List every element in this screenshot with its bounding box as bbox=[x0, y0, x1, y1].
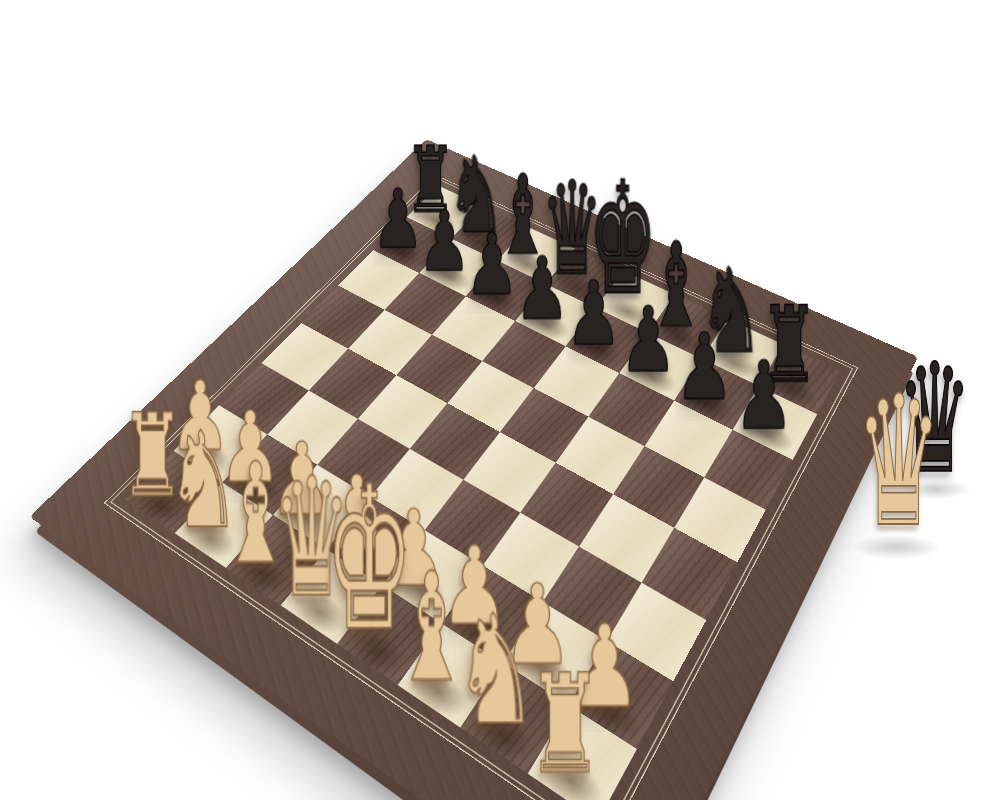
piece-black-knight: ♞ bbox=[447, 142, 506, 248]
piece-black-bishop: ♝ bbox=[647, 226, 706, 342]
piece-black-bishop: ♝ bbox=[495, 160, 551, 270]
square-e6 bbox=[534, 346, 619, 416]
square-a4 bbox=[261, 323, 347, 390]
piece-shadow bbox=[468, 281, 526, 320]
piece-shadow bbox=[500, 246, 556, 283]
square-b7: ♟ bbox=[419, 238, 498, 296]
square-c5 bbox=[396, 334, 482, 402]
square-a6 bbox=[339, 250, 419, 309]
square-d5 bbox=[447, 361, 534, 432]
piece-shadow bbox=[650, 316, 710, 358]
square-a8: ♜ bbox=[407, 186, 482, 239]
piece-black-pawn: ♟ bbox=[465, 222, 519, 306]
piece-shadow bbox=[421, 258, 478, 296]
square-d8: ♛ bbox=[546, 248, 624, 307]
square-e7: ♟ bbox=[566, 307, 648, 372]
board-grid: ♜♞♝♛♚♝♞♜♟♟♟♟♟♟♟♟♟♟♟♟♟♟♟♟♜♞♝♛♚♝♞♜ bbox=[125, 186, 840, 800]
piece-shadow bbox=[598, 292, 657, 332]
piece-black-queen: ♛ bbox=[541, 164, 603, 293]
piece-black-pawn: ♟ bbox=[566, 269, 622, 357]
square-f7: ♟ bbox=[619, 332, 702, 400]
square-d6 bbox=[482, 321, 566, 388]
square-d7: ♟ bbox=[515, 284, 596, 347]
spare-white-queen: ♛ bbox=[856, 372, 942, 552]
square-b5 bbox=[348, 309, 432, 375]
square-c7: ♟ bbox=[466, 260, 546, 320]
piece-shadow bbox=[548, 268, 606, 307]
chess-board: ♜♞♝♛♚♝♞♜♟♟♟♟♟♟♟♟♟♟♟♟♟♟♟♟♜♞♝♛♚♝♞♜ bbox=[29, 139, 917, 800]
chess-set-photo: ♜♞♝♛♚♝♞♜♟♟♟♟♟♟♟♟♟♟♟♟♟♟♟♟♜♞♝♛♚♝♞♜ ♛ ♛ bbox=[0, 0, 1000, 800]
square-b8: ♞ bbox=[451, 206, 527, 261]
square-b4 bbox=[309, 348, 397, 418]
piece-shadow bbox=[517, 305, 576, 346]
board-pinstripe-inlay: ♜♞♝♛♚♝♞♜♟♟♟♟♟♟♟♟♟♟♟♟♟♟♟♟♜♞♝♛♚♝♞♜ bbox=[110, 178, 853, 800]
square-b6 bbox=[384, 273, 465, 335]
square-e8: ♚ bbox=[596, 271, 675, 332]
piece-shadow bbox=[453, 224, 508, 260]
square-e5 bbox=[500, 388, 588, 463]
square-c6 bbox=[432, 296, 515, 360]
piece-black-pawn: ♟ bbox=[734, 348, 794, 442]
piece-black-rook: ♜ bbox=[405, 134, 456, 225]
piece-shadow bbox=[677, 382, 741, 429]
square-a5 bbox=[301, 285, 384, 348]
square-h5 bbox=[674, 477, 766, 563]
piece-black-pawn: ♟ bbox=[514, 245, 569, 331]
piece-shadow bbox=[376, 236, 432, 272]
piece-shadow bbox=[622, 356, 684, 401]
piece-black-pawn: ♟ bbox=[675, 320, 734, 412]
square-a7: ♟ bbox=[374, 217, 452, 273]
square-h7: ♟ bbox=[732, 386, 817, 460]
piece-white-rook: ♜ bbox=[526, 656, 602, 792]
square-c8: ♝ bbox=[498, 227, 575, 284]
board-scene: ♜♞♝♛♚♝♞♜♟♟♟♟♟♟♟♟♟♟♟♟♟♟♟♟♜♞♝♛♚♝♞♜ bbox=[0, 0, 1000, 800]
piece-black-pawn: ♟ bbox=[418, 199, 471, 282]
piece-black-pawn: ♟ bbox=[619, 294, 677, 384]
piece-black-pawn: ♟ bbox=[372, 178, 424, 259]
piece-shadow bbox=[409, 203, 463, 237]
piece-black-king: ♚ bbox=[588, 162, 658, 317]
square-f8: ♝ bbox=[648, 294, 728, 358]
piece-shadow bbox=[568, 330, 629, 373]
